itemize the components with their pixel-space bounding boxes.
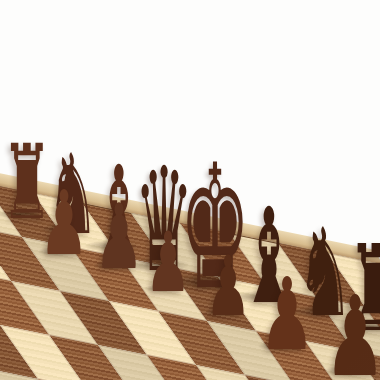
chess-set-photo: ♜♞♝♛♚♝♞♜♟♟♟♟♟♟: [0, 0, 380, 380]
piece-pawn-f7[interactable]: ♟: [299, 281, 380, 380]
